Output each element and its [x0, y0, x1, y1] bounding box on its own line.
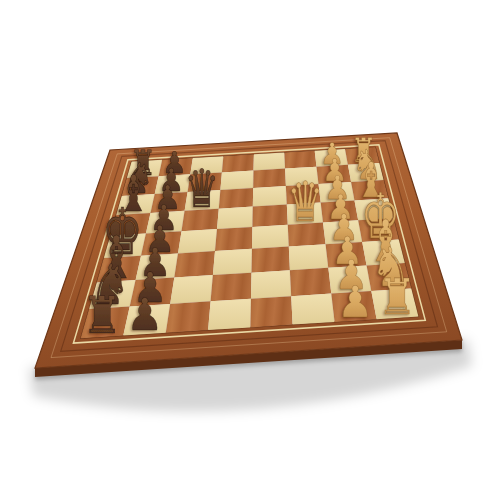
square-e4: [252, 225, 289, 249]
square-d4: [252, 205, 287, 227]
square-c4: [253, 186, 287, 207]
piece-black-rook-h8: ♜: [82, 286, 122, 345]
square-e6: [178, 229, 217, 253]
square-g5: [211, 273, 252, 302]
square-h5: [208, 299, 251, 330]
square-b4: [253, 169, 286, 188]
square-c5: [219, 188, 253, 209]
square-h6: [166, 301, 211, 333]
product-photo: ♜♟♟♜♞♟♟♞♝♟♛♟♝♟♛♟♚♟♟♚♝♟♟♝♞♟♟♞♜♟♟♜: [0, 0, 500, 500]
square-g6: [170, 275, 213, 304]
piece-white-pawn-h2: ♟: [338, 276, 374, 327]
piece-white-rook-h1: ♜: [378, 268, 417, 326]
square-f4: [252, 247, 290, 273]
piece-black-queen-c6: ♛: [184, 158, 219, 220]
square-f3: [289, 244, 329, 270]
square-a5: [222, 154, 254, 172]
square-d5: [217, 207, 253, 230]
square-h3: [291, 294, 334, 325]
square-f6: [174, 251, 215, 278]
square-g4: [251, 270, 291, 299]
square-f5: [213, 249, 252, 275]
square-h4: [250, 296, 292, 327]
square-a4: [254, 153, 286, 171]
chess-board-photo: ♜♟♟♜♞♟♟♞♝♟♛♟♝♟♛♟♚♟♟♚♝♟♟♝♞♟♟♞♜♟♟♜: [0, 0, 500, 500]
square-a3: [284, 151, 316, 169]
square-e5: [215, 227, 252, 251]
square-g3: [290, 268, 331, 296]
square-b5: [220, 171, 253, 190]
piece-white-queen-d3: ♛: [287, 170, 323, 234]
piece-black-pawn-h7: ♟: [126, 289, 163, 341]
